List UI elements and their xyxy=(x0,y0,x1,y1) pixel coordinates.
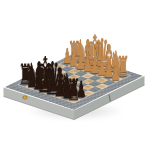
chess-piece-black-pawn: ♟ xyxy=(47,69,59,91)
chess-piece-white-pawn: ♟ xyxy=(75,51,86,72)
chess-piece-black-pawn: ♟ xyxy=(54,71,66,93)
chess-piece-white-pawn: ♟ xyxy=(96,57,107,79)
chess-piece-white-knight: ♞ xyxy=(107,47,124,80)
chess-piece-white-rook: ♜ xyxy=(116,53,130,81)
chess-piece-white-pawn: ♟ xyxy=(82,53,93,74)
chess-piece-black-pawn: ♟ xyxy=(40,67,51,89)
chess-piece-black-pawn: ♟ xyxy=(33,65,44,87)
chess-piece-black-queen: ♛ xyxy=(41,56,64,101)
chess-piece-white-pawn: ♟ xyxy=(89,55,100,76)
chess-piece-black-knight: ♞ xyxy=(58,69,76,104)
chess-piece-white-pawn: ♟ xyxy=(103,59,114,81)
chess-piece-white-pawn: ♟ xyxy=(62,46,73,67)
chess-piece-black-knight: ♞ xyxy=(23,59,41,93)
chess-piece-white-king: ♚ xyxy=(83,29,107,75)
chess-piece-black-king: ♚ xyxy=(33,51,59,100)
chess-piece-white-pawn: ♟ xyxy=(110,62,121,84)
chess-piece-black-pawn: ♟ xyxy=(61,74,73,96)
chess-piece-black-pawn: ♟ xyxy=(75,78,87,101)
piece-layer: ♜♞♟♝♟♚♟♛♟♝♟♞♟♜♟♟♟♟♜♟♞♟♝♟♚♟♛♟♝♟♞♜ xyxy=(0,0,150,150)
chess-piece-black-rook: ♜ xyxy=(18,61,33,89)
chess-piece-black-pawn: ♟ xyxy=(26,63,37,85)
chess-piece-black-pawn: ♟ xyxy=(68,76,80,99)
chess-piece-white-bishop: ♝ xyxy=(79,35,98,71)
chess-set-photo: ♜♞♟♝♟♚♟♛♟♝♟♞♟♜♟♟♟♟♜♟♞♟♝♟♚♟♛♟♝♟♞♜ xyxy=(0,0,150,150)
chess-piece-white-rook: ♜ xyxy=(67,38,81,65)
chess-piece-black-bishop: ♝ xyxy=(29,57,49,95)
chess-piece-white-bishop: ♝ xyxy=(99,41,118,78)
chess-piece-white-pawn: ♟ xyxy=(69,48,80,69)
chess-piece-black-rook: ♜ xyxy=(66,76,81,105)
chess-piece-black-bishop: ♝ xyxy=(50,64,70,103)
chess-piece-white-queen: ♛ xyxy=(91,34,113,76)
chess-piece-white-knight: ♞ xyxy=(73,36,90,68)
